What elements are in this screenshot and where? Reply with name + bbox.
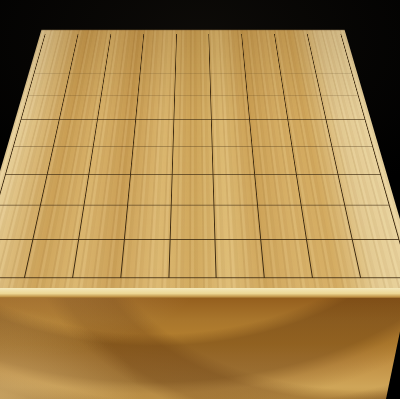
- board-cell-4-6[interactable]: [213, 146, 255, 174]
- board-cell-5-8[interactable]: [170, 206, 216, 240]
- board-grid: [0, 34, 400, 278]
- board-front-grain: [0, 298, 400, 399]
- board-cell-1-6[interactable]: [332, 146, 380, 174]
- board-cell-2-1[interactable]: [275, 34, 312, 53]
- board-front-side: [0, 288, 400, 399]
- board-cell-9-5[interactable]: [14, 120, 60, 146]
- board-cell-8-9[interactable]: [25, 240, 79, 278]
- board-cell-5-5[interactable]: [173, 120, 213, 146]
- board-top-surface: [0, 30, 400, 291]
- board-cell-7-2[interactable]: [105, 53, 142, 74]
- board-cell-3-2[interactable]: [244, 53, 281, 74]
- board-cell-2-4[interactable]: [285, 96, 327, 120]
- board-front-bevel: [0, 288, 400, 298]
- board-cell-9-4[interactable]: [21, 96, 64, 120]
- board-cell-5-3[interactable]: [175, 74, 212, 96]
- board-cell-7-6[interactable]: [89, 146, 133, 174]
- board-cell-8-7[interactable]: [41, 175, 89, 206]
- board-cell-9-7[interactable]: [0, 175, 47, 206]
- board-cell-3-3[interactable]: [246, 74, 285, 96]
- board-cell-6-6[interactable]: [131, 146, 173, 174]
- board-cell-2-7[interactable]: [297, 175, 345, 206]
- board-cell-8-8[interactable]: [33, 206, 84, 240]
- board-cell-3-6[interactable]: [253, 146, 297, 174]
- board-cell-5-1[interactable]: [176, 34, 210, 53]
- board-cell-3-4[interactable]: [248, 96, 288, 120]
- board-cell-3-7[interactable]: [255, 175, 301, 206]
- board-cell-9-2[interactable]: [34, 53, 74, 74]
- board-cell-4-9[interactable]: [216, 240, 265, 278]
- board-cell-1-2[interactable]: [312, 53, 352, 74]
- board-cell-1-3[interactable]: [316, 74, 358, 96]
- board-cell-2-5[interactable]: [288, 120, 332, 146]
- board-cell-8-3[interactable]: [65, 74, 105, 96]
- board-cell-1-4[interactable]: [321, 96, 364, 120]
- board-cell-7-1[interactable]: [108, 34, 144, 53]
- board-cell-5-9[interactable]: [169, 240, 217, 278]
- board-cell-2-2[interactable]: [278, 53, 316, 74]
- board-cell-7-7[interactable]: [84, 175, 130, 206]
- board-cell-3-5[interactable]: [250, 120, 292, 146]
- board-cell-1-5[interactable]: [327, 120, 373, 146]
- board-cell-7-3[interactable]: [101, 74, 140, 96]
- board-cell-2-6[interactable]: [293, 146, 339, 174]
- board-cell-2-8[interactable]: [302, 206, 353, 240]
- board-cell-9-6[interactable]: [6, 146, 54, 174]
- board-cell-4-4[interactable]: [211, 96, 250, 120]
- board-cell-8-5[interactable]: [54, 120, 98, 146]
- board-cell-1-9[interactable]: [353, 240, 400, 278]
- board-cell-8-6[interactable]: [47, 146, 93, 174]
- board-cell-5-4[interactable]: [174, 96, 212, 120]
- board-cell-3-1[interactable]: [242, 34, 278, 53]
- board-cell-6-5[interactable]: [133, 120, 174, 146]
- board-cell-3-9[interactable]: [262, 240, 314, 278]
- board-cell-4-7[interactable]: [214, 175, 259, 206]
- board-cell-6-9[interactable]: [121, 240, 170, 278]
- board-cell-7-9[interactable]: [73, 240, 125, 278]
- board-cell-7-4[interactable]: [98, 96, 138, 120]
- board-cell-6-1[interactable]: [142, 34, 177, 53]
- board-cell-7-8[interactable]: [79, 206, 128, 240]
- board-cell-1-8[interactable]: [345, 206, 398, 240]
- board-cell-9-1[interactable]: [40, 34, 78, 53]
- board-cell-1-1[interactable]: [308, 34, 346, 53]
- board-cell-2-3[interactable]: [281, 74, 321, 96]
- scene: [0, 0, 400, 399]
- board-cell-6-2[interactable]: [140, 53, 176, 74]
- board-cell-3-8[interactable]: [258, 206, 307, 240]
- board-cell-8-2[interactable]: [70, 53, 109, 74]
- board-cell-7-5[interactable]: [93, 120, 135, 146]
- board-cell-2-9[interactable]: [307, 240, 361, 278]
- board-cell-8-1[interactable]: [74, 34, 111, 53]
- board-cell-4-8[interactable]: [215, 206, 262, 240]
- board-cell-4-2[interactable]: [210, 53, 246, 74]
- board-cell-6-3[interactable]: [138, 74, 175, 96]
- board-cell-1-7[interactable]: [339, 175, 389, 206]
- board-cell-9-3[interactable]: [28, 74, 70, 96]
- board-cell-8-4[interactable]: [59, 96, 101, 120]
- board-cell-4-5[interactable]: [212, 120, 253, 146]
- board-cell-6-4[interactable]: [136, 96, 175, 120]
- board-cell-5-2[interactable]: [175, 53, 210, 74]
- board-cell-5-6[interactable]: [172, 146, 214, 174]
- board-cell-6-7[interactable]: [128, 175, 173, 206]
- board-cell-6-8[interactable]: [124, 206, 171, 240]
- board-cell-4-3[interactable]: [211, 74, 248, 96]
- board-cell-5-7[interactable]: [171, 175, 215, 206]
- board-cell-4-1[interactable]: [209, 34, 244, 53]
